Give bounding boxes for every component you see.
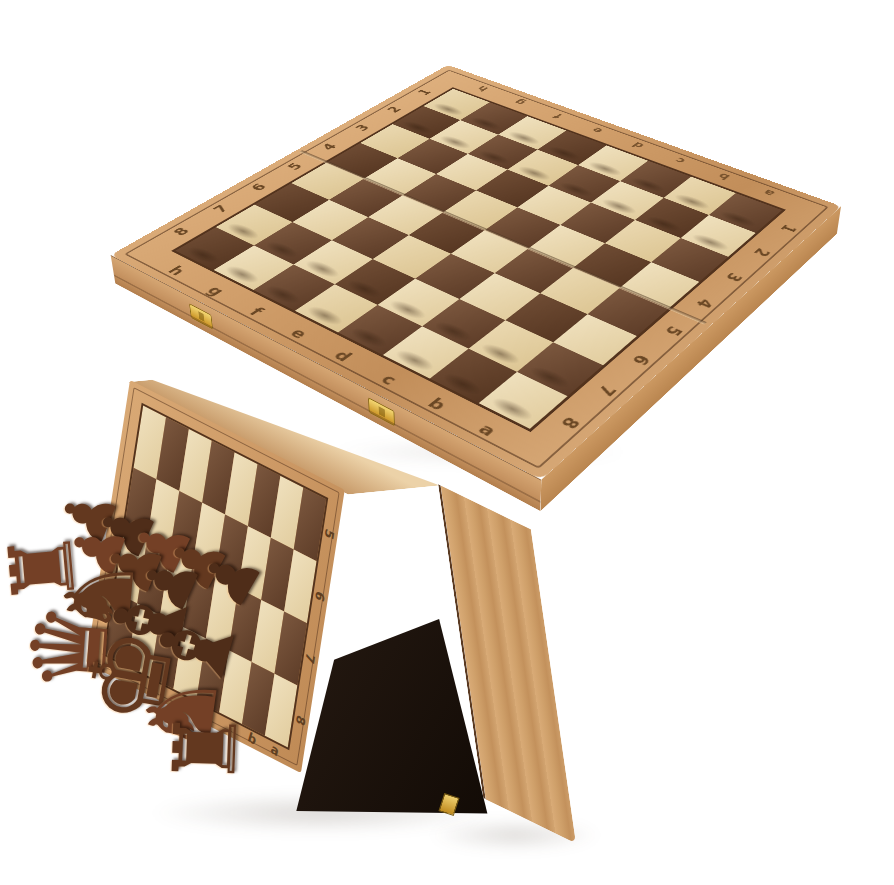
magnetic-piece-black-rook: ♜ — [161, 708, 250, 788]
brass-latch — [189, 303, 213, 329]
open-board-scene: hhggffeeddccbbaa1122334455667788 ♜♞♝♚♛♝♞… — [225, 0, 745, 490]
product-photo: 5678ba ♟♟♟♟♟♟♟♟♜♞♝♛♚♝♞♜ hhggffeeddccbbaa… — [0, 0, 894, 885]
piece-glyph: ♜ — [469, 319, 554, 414]
piece-glyph: ♟ — [681, 182, 739, 247]
